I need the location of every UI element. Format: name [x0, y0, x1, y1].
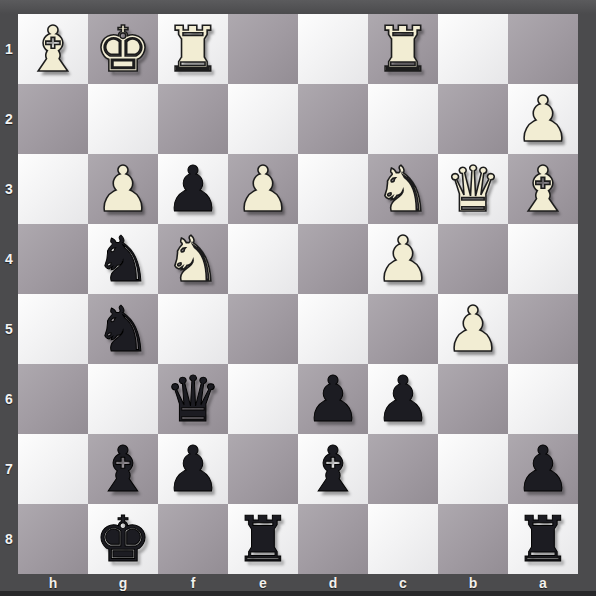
square-d3[interactable]	[298, 154, 368, 224]
square-a7[interactable]: ♟	[508, 434, 578, 504]
square-b5[interactable]: ♟	[438, 294, 508, 364]
white-pawn-icon: ♟	[375, 228, 431, 291]
black-knight-icon: ♞	[95, 298, 151, 361]
square-b3[interactable]: ♛	[438, 154, 508, 224]
square-e8[interactable]: ♜	[228, 504, 298, 574]
square-c5[interactable]	[368, 294, 438, 364]
square-c8[interactable]	[368, 504, 438, 574]
white-queen-icon: ♛	[445, 158, 501, 221]
square-a5[interactable]	[508, 294, 578, 364]
file-label-b: b	[438, 574, 508, 591]
file-label-f: f	[158, 574, 228, 591]
square-f6[interactable]: ♛	[158, 364, 228, 434]
square-c7[interactable]	[368, 434, 438, 504]
black-bishop-icon: ♝	[305, 438, 361, 501]
square-e4[interactable]	[228, 224, 298, 294]
square-e7[interactable]	[228, 434, 298, 504]
white-king-icon: ♚	[95, 18, 151, 81]
rank-label-6: 6	[0, 364, 18, 434]
chess-board-frame: 12345678 ♝♚♜♜♟♟♟♟♞♛♝♞♞♟♞♟♛♟♟♝♟♝♟♚♜♜ hgfe…	[0, 0, 596, 596]
square-a6[interactable]	[508, 364, 578, 434]
rank-label-7: 7	[0, 434, 18, 504]
square-d2[interactable]	[298, 84, 368, 154]
square-d8[interactable]	[298, 504, 368, 574]
square-h3[interactable]	[18, 154, 88, 224]
rank-label-8: 8	[0, 504, 18, 574]
square-d4[interactable]	[298, 224, 368, 294]
square-a2[interactable]: ♟	[508, 84, 578, 154]
rank-labels: 12345678	[0, 14, 18, 574]
square-e2[interactable]	[228, 84, 298, 154]
square-b1[interactable]	[438, 14, 508, 84]
square-g1[interactable]: ♚	[88, 14, 158, 84]
square-g3[interactable]: ♟	[88, 154, 158, 224]
file-label-a: a	[508, 574, 578, 591]
white-pawn-icon: ♟	[95, 158, 151, 221]
square-e1[interactable]	[228, 14, 298, 84]
square-g6[interactable]	[88, 364, 158, 434]
square-b7[interactable]	[438, 434, 508, 504]
square-f7[interactable]: ♟	[158, 434, 228, 504]
square-d5[interactable]	[298, 294, 368, 364]
black-pawn-icon: ♟	[165, 438, 221, 501]
square-g8[interactable]: ♚	[88, 504, 158, 574]
square-f3[interactable]: ♟	[158, 154, 228, 224]
square-h7[interactable]	[18, 434, 88, 504]
square-a8[interactable]: ♜	[508, 504, 578, 574]
white-bishop-icon: ♝	[25, 18, 81, 81]
square-g5[interactable]: ♞	[88, 294, 158, 364]
square-f5[interactable]	[158, 294, 228, 364]
square-a1[interactable]	[508, 14, 578, 84]
square-d7[interactable]: ♝	[298, 434, 368, 504]
square-a3[interactable]: ♝	[508, 154, 578, 224]
white-bishop-icon: ♝	[515, 158, 571, 221]
black-pawn-icon: ♟	[165, 158, 221, 221]
black-pawn-icon: ♟	[515, 438, 571, 501]
file-labels: hgfedcba	[18, 574, 578, 591]
black-rook-icon: ♜	[515, 508, 571, 571]
square-d1[interactable]	[298, 14, 368, 84]
square-c2[interactable]	[368, 84, 438, 154]
square-e3[interactable]: ♟	[228, 154, 298, 224]
square-b8[interactable]	[438, 504, 508, 574]
square-e6[interactable]	[228, 364, 298, 434]
square-h6[interactable]	[18, 364, 88, 434]
square-e5[interactable]	[228, 294, 298, 364]
black-pawn-icon: ♟	[305, 368, 361, 431]
square-c3[interactable]: ♞	[368, 154, 438, 224]
square-b6[interactable]	[438, 364, 508, 434]
black-pawn-icon: ♟	[375, 368, 431, 431]
rank-label-4: 4	[0, 224, 18, 294]
file-label-e: e	[228, 574, 298, 591]
white-rook-icon: ♜	[165, 18, 221, 81]
square-b2[interactable]	[438, 84, 508, 154]
white-rook-icon: ♜	[375, 18, 431, 81]
rank-label-5: 5	[0, 294, 18, 364]
black-rook-icon: ♜	[235, 508, 291, 571]
file-label-d: d	[298, 574, 368, 591]
square-h8[interactable]	[18, 504, 88, 574]
rank-label-1: 1	[0, 14, 18, 84]
board: ♝♚♜♜♟♟♟♟♞♛♝♞♞♟♞♟♛♟♟♝♟♝♟♚♜♜	[18, 14, 578, 574]
black-knight-icon: ♞	[95, 228, 151, 291]
white-knight-icon: ♞	[375, 158, 431, 221]
rank-label-3: 3	[0, 154, 18, 224]
square-g7[interactable]: ♝	[88, 434, 158, 504]
white-knight-icon: ♞	[165, 228, 221, 291]
square-f2[interactable]	[158, 84, 228, 154]
rank-label-2: 2	[0, 84, 18, 154]
white-pawn-icon: ♟	[515, 88, 571, 151]
white-pawn-icon: ♟	[445, 298, 501, 361]
square-b4[interactable]	[438, 224, 508, 294]
square-h1[interactable]: ♝	[18, 14, 88, 84]
file-label-g: g	[88, 574, 158, 591]
square-a4[interactable]	[508, 224, 578, 294]
square-f4[interactable]: ♞	[158, 224, 228, 294]
square-c6[interactable]: ♟	[368, 364, 438, 434]
square-c4[interactable]: ♟	[368, 224, 438, 294]
square-f1[interactable]: ♜	[158, 14, 228, 84]
square-c1[interactable]: ♜	[368, 14, 438, 84]
square-h4[interactable]	[18, 224, 88, 294]
black-king-icon: ♚	[95, 508, 151, 571]
square-g2[interactable]	[88, 84, 158, 154]
black-bishop-icon: ♝	[95, 438, 151, 501]
square-d6[interactable]: ♟	[298, 364, 368, 434]
square-h2[interactable]	[18, 84, 88, 154]
square-h5[interactable]	[18, 294, 88, 364]
white-pawn-icon: ♟	[235, 158, 291, 221]
square-f8[interactable]	[158, 504, 228, 574]
square-g4[interactable]: ♞	[88, 224, 158, 294]
black-queen-icon: ♛	[165, 368, 221, 431]
file-label-c: c	[368, 574, 438, 591]
file-label-h: h	[18, 574, 88, 591]
